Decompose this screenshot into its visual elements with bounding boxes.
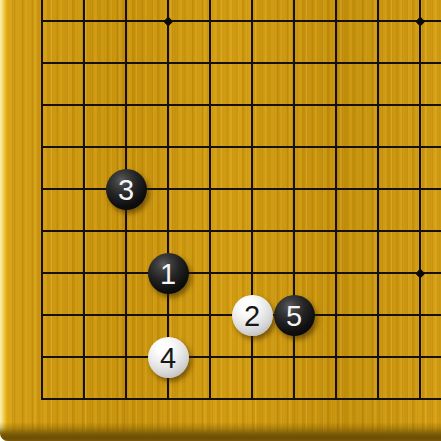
grid-line-row-7 (41, 146, 441, 148)
grid-line-col-f (251, 0, 253, 400)
grid-line-col-a (41, 0, 43, 400)
grid-line-row-5 (41, 230, 441, 232)
board-bottom-edge (0, 422, 441, 441)
goban-board[interactable]: 12345 (0, 0, 441, 441)
grid-line-row-9 (41, 62, 441, 64)
board-left-edge (0, 0, 10, 441)
grid-line-col-b (83, 0, 85, 400)
star-point-k10 (415, 16, 424, 25)
stone-white-f3: 2 (232, 295, 273, 336)
grid-line-row-2 (41, 356, 441, 358)
stone-black-d4: 1 (148, 253, 189, 294)
stone-move-number: 3 (118, 174, 134, 205)
stone-move-number: 2 (244, 300, 260, 331)
grid-line-col-k (419, 0, 421, 400)
stone-move-number: 1 (160, 258, 176, 289)
star-point-d10 (163, 16, 172, 25)
grid-line-row-4 (41, 272, 441, 274)
grid-line-col-e (209, 0, 211, 400)
grid-line-row-1 (41, 398, 441, 400)
grid-line-col-g (293, 0, 295, 400)
stone-black-g3: 5 (274, 295, 315, 336)
star-point-k4 (415, 268, 424, 277)
stone-move-number: 5 (286, 300, 302, 331)
grid-line-row-10 (41, 20, 441, 22)
grid-line-col-h (335, 0, 337, 400)
grid-line-col-j (377, 0, 379, 400)
grid-line-row-6 (41, 188, 441, 190)
grid-line-row-8 (41, 104, 441, 106)
stone-move-number: 4 (160, 342, 176, 373)
stone-black-c6: 3 (106, 169, 147, 210)
stone-white-d2: 4 (148, 337, 189, 378)
